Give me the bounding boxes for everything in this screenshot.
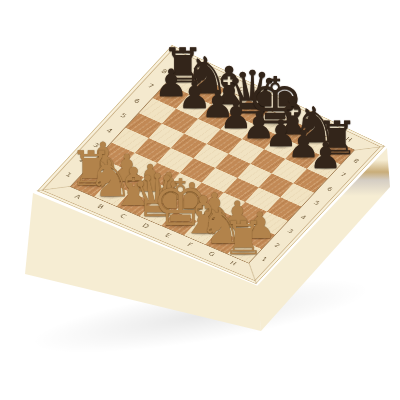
scene: ABCDEFGH ABCDEFGH 87654321 87654321 ♜♞♟♝… xyxy=(0,0,400,400)
piece-black-pawn-h7[interactable]: ♟ xyxy=(309,138,342,174)
piece-white-rook-h1[interactable]: ♜ xyxy=(223,215,264,261)
